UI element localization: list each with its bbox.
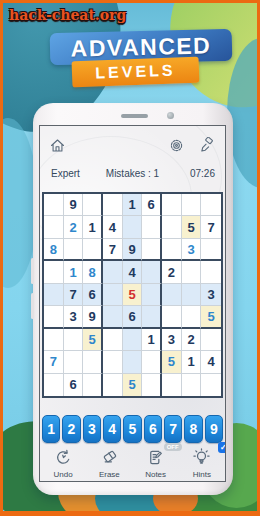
notes-label: Notes bbox=[145, 470, 166, 479]
sudoku-cell[interactable]: 4 bbox=[201, 351, 221, 373]
sudoku-cell[interactable]: 7 bbox=[103, 239, 123, 261]
sudoku-cell[interactable]: 2 bbox=[182, 329, 202, 351]
top-bar bbox=[40, 126, 225, 162]
sudoku-cell[interactable]: 7 bbox=[64, 284, 84, 306]
sudoku-cell[interactable] bbox=[83, 194, 103, 216]
sudoku-cell[interactable] bbox=[182, 194, 202, 216]
bottom-toolbar: Undo Erase OFF Notes bbox=[40, 448, 225, 479]
numpad-button-4[interactable]: 4 bbox=[103, 415, 121, 443]
sudoku-cell[interactable]: 3 bbox=[162, 329, 182, 351]
screenshot-frame: hack-cheat.org ADVANCED LEVELS bbox=[0, 0, 260, 516]
sudoku-cell[interactable] bbox=[44, 374, 64, 396]
hints-check-badge: ✓ bbox=[218, 442, 226, 453]
sudoku-cell[interactable] bbox=[182, 261, 202, 283]
sudoku-cell[interactable] bbox=[123, 329, 143, 351]
sudoku-cell[interactable] bbox=[142, 306, 162, 328]
hint-bulb-icon bbox=[192, 448, 211, 467]
undo-button[interactable]: Undo bbox=[43, 448, 83, 479]
numpad-button-7[interactable]: 7 bbox=[164, 415, 182, 443]
sudoku-cell[interactable]: 2 bbox=[64, 216, 84, 238]
phone-speaker bbox=[121, 114, 148, 118]
banner-subtitle: LEVELS bbox=[95, 61, 176, 82]
sudoku-cell[interactable]: 1 bbox=[64, 261, 84, 283]
sudoku-cell[interactable] bbox=[103, 284, 123, 306]
sudoku-cell[interactable] bbox=[103, 351, 123, 373]
sudoku-cell[interactable]: 7 bbox=[201, 216, 221, 238]
sudoku-cell[interactable] bbox=[64, 239, 84, 261]
undo-icon bbox=[54, 448, 73, 467]
erase-button[interactable]: Erase bbox=[89, 448, 129, 479]
sudoku-cell[interactable] bbox=[182, 284, 202, 306]
sudoku-cell[interactable] bbox=[182, 374, 202, 396]
sudoku-cell[interactable]: 5 bbox=[123, 284, 143, 306]
sudoku-cell[interactable] bbox=[162, 194, 182, 216]
numpad-button-6[interactable]: 6 bbox=[144, 415, 162, 443]
sudoku-cell[interactable]: 1 bbox=[142, 329, 162, 351]
sudoku-cell[interactable] bbox=[142, 284, 162, 306]
sudoku-cell[interactable] bbox=[201, 374, 221, 396]
sudoku-cell[interactable]: 3 bbox=[201, 284, 221, 306]
sudoku-cell[interactable] bbox=[103, 261, 123, 283]
sudoku-cell[interactable] bbox=[201, 194, 221, 216]
sudoku-cell[interactable]: 3 bbox=[64, 306, 84, 328]
volume-button bbox=[31, 258, 34, 284]
sudoku-cell[interactable] bbox=[201, 261, 221, 283]
numpad-button-9[interactable]: 9 bbox=[205, 415, 223, 443]
notes-button[interactable]: OFF Notes bbox=[136, 448, 176, 479]
sudoku-cell[interactable]: 1 bbox=[182, 351, 202, 373]
levels-banner: LEVELS bbox=[72, 57, 200, 88]
sudoku-cell[interactable]: 5 bbox=[123, 374, 143, 396]
sudoku-cell[interactable]: 5 bbox=[83, 329, 103, 351]
sudoku-cell[interactable]: 9 bbox=[123, 239, 143, 261]
sudoku-cell[interactable]: 5 bbox=[162, 351, 182, 373]
home-icon[interactable] bbox=[49, 137, 66, 154]
hints-label: Hints bbox=[193, 470, 211, 479]
sudoku-cell[interactable] bbox=[44, 306, 64, 328]
sudoku-cell[interactable] bbox=[44, 261, 64, 283]
sudoku-cell[interactable] bbox=[44, 329, 64, 351]
numpad-button-5[interactable]: 5 bbox=[123, 415, 141, 443]
sudoku-cell[interactable]: 6 bbox=[142, 194, 162, 216]
timer-label: 07:26 bbox=[190, 168, 215, 179]
hints-button[interactable]: ✓ Hints bbox=[182, 448, 222, 479]
status-row: Expert Mistakes : 1 07:26 bbox=[40, 168, 225, 182]
sudoku-cell[interactable]: 9 bbox=[83, 306, 103, 328]
sudoku-cell[interactable] bbox=[103, 306, 123, 328]
sudoku-cell[interactable] bbox=[83, 239, 103, 261]
settings-gear-icon[interactable] bbox=[168, 137, 185, 154]
sudoku-cell[interactable]: 2 bbox=[162, 261, 182, 283]
sudoku-cell[interactable]: 5 bbox=[182, 216, 202, 238]
sudoku-cell[interactable] bbox=[162, 306, 182, 328]
undo-label: Undo bbox=[54, 470, 73, 479]
numpad-button-3[interactable]: 3 bbox=[83, 415, 101, 443]
app-screen: Expert Mistakes : 1 07:26 91621457879318… bbox=[39, 125, 226, 482]
sudoku-cell[interactable] bbox=[103, 329, 123, 351]
sudoku-cell[interactable] bbox=[162, 284, 182, 306]
sudoku-cell[interactable] bbox=[182, 306, 202, 328]
sudoku-cell[interactable]: 4 bbox=[123, 261, 143, 283]
sudoku-cell[interactable] bbox=[142, 239, 162, 261]
sudoku-cell[interactable] bbox=[142, 351, 162, 373]
eraser-icon bbox=[100, 448, 119, 467]
sudoku-cell[interactable] bbox=[64, 351, 84, 373]
notes-off-badge: OFF bbox=[164, 443, 182, 451]
sudoku-cell[interactable] bbox=[142, 261, 162, 283]
sudoku-cell[interactable] bbox=[103, 194, 123, 216]
sudoku-board: 9162145787931842765339655132751465 bbox=[42, 192, 223, 398]
sudoku-cell[interactable]: 6 bbox=[83, 284, 103, 306]
sudoku-cell[interactable] bbox=[162, 374, 182, 396]
volume-button bbox=[31, 293, 34, 319]
sudoku-cell[interactable]: 1 bbox=[123, 194, 143, 216]
sudoku-cell[interactable] bbox=[64, 329, 84, 351]
sudoku-cell[interactable] bbox=[44, 194, 64, 216]
sudoku-cell[interactable] bbox=[44, 216, 64, 238]
sudoku-cell[interactable]: 8 bbox=[44, 239, 64, 261]
sudoku-cell[interactable] bbox=[123, 216, 143, 238]
sudoku-cell[interactable]: 7 bbox=[44, 351, 64, 373]
sudoku-cell[interactable]: 4 bbox=[103, 216, 123, 238]
sudoku-cell[interactable] bbox=[103, 374, 123, 396]
number-pad: 123456789 bbox=[42, 415, 223, 443]
theme-brush-icon[interactable] bbox=[198, 137, 215, 154]
sudoku-cell[interactable] bbox=[201, 239, 221, 261]
sudoku-cell[interactable] bbox=[162, 239, 182, 261]
sudoku-cell[interactable] bbox=[44, 284, 64, 306]
numpad-button-2[interactable]: 2 bbox=[62, 415, 80, 443]
sudoku-cell[interactable] bbox=[142, 216, 162, 238]
sudoku-cell[interactable]: 3 bbox=[182, 239, 202, 261]
sudoku-cell[interactable]: 8 bbox=[83, 261, 103, 283]
sudoku-cell[interactable]: 6 bbox=[123, 306, 143, 328]
sudoku-cell[interactable] bbox=[123, 351, 143, 373]
sudoku-cell[interactable] bbox=[142, 374, 162, 396]
sudoku-cell[interactable] bbox=[83, 351, 103, 373]
sudoku-cell[interactable] bbox=[83, 374, 103, 396]
sudoku-cell[interactable]: 5 bbox=[201, 306, 221, 328]
watermark: hack-cheat.org bbox=[9, 7, 126, 23]
numpad-button-8[interactable]: 8 bbox=[184, 415, 202, 443]
sudoku-cell[interactable] bbox=[162, 216, 182, 238]
sudoku-cell[interactable]: 1 bbox=[83, 216, 103, 238]
sudoku-cell[interactable]: 6 bbox=[64, 374, 84, 396]
phone-mockup: Expert Mistakes : 1 07:26 91621457879318… bbox=[33, 103, 233, 495]
sudoku-cell[interactable]: 9 bbox=[64, 194, 84, 216]
notes-icon bbox=[146, 448, 165, 467]
numpad-button-1[interactable]: 1 bbox=[42, 415, 60, 443]
phone-camera bbox=[167, 112, 174, 119]
erase-label: Erase bbox=[99, 470, 120, 479]
sudoku-cell[interactable] bbox=[201, 329, 221, 351]
